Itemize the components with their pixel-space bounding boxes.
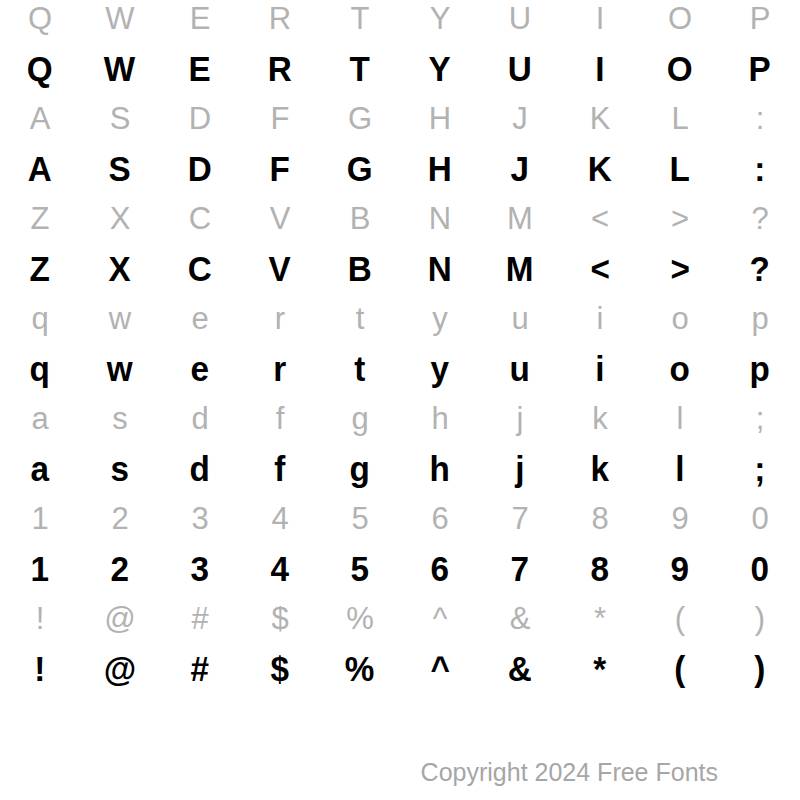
bold-glyph: *	[594, 651, 607, 686]
glyph-cell-r5c7: M	[480, 193, 560, 243]
glyph-cell-r10c6: h	[400, 443, 480, 493]
gray-glyph: s	[112, 403, 128, 434]
bold-glyph: w	[107, 351, 133, 386]
gray-glyph: 9	[671, 503, 688, 534]
gray-glyph: J	[512, 103, 528, 134]
glyph-cell-r2c2: W	[80, 43, 160, 93]
glyph-cell-r13c10: )	[720, 593, 800, 643]
glyph-cell-r6c10: ?	[720, 243, 800, 293]
bold-glyph: U	[508, 51, 532, 86]
glyph-cell-r1c9: O	[640, 0, 720, 43]
glyph-cell-r4c8: K	[560, 143, 640, 193]
bold-glyph: 8	[591, 551, 609, 586]
gray-glyph: ;	[756, 403, 765, 434]
glyph-cell-r9c9: l	[640, 393, 720, 443]
bold-glyph: 9	[671, 551, 689, 586]
bold-glyph: k	[591, 451, 609, 486]
copyright-text: Copyright 2024 Free Fonts	[421, 758, 718, 787]
gray-glyph: g	[351, 403, 368, 434]
bold-glyph: D	[188, 151, 212, 186]
gray-glyph: k	[592, 403, 608, 434]
glyph-cell-r12c1: 1	[0, 543, 80, 593]
glyph-cell-r14c3: #	[160, 643, 240, 693]
bold-glyph: G	[347, 151, 373, 186]
gray-glyph: #	[191, 603, 208, 634]
bold-glyph: O	[667, 51, 693, 86]
gray-glyph: E	[190, 3, 211, 34]
bold-glyph: Z	[30, 251, 50, 286]
bold-glyph: &	[508, 651, 532, 686]
gray-glyph: M	[507, 203, 533, 234]
bold-glyph: N	[428, 251, 452, 286]
glyph-cell-r12c5: 5	[320, 543, 400, 593]
glyph-cell-r7c8: i	[560, 293, 640, 343]
bold-glyph: i	[595, 351, 604, 386]
glyph-cell-r9c3: d	[160, 393, 240, 443]
glyph-cell-r10c3: d	[160, 443, 240, 493]
glyph-cell-r8c1: q	[0, 343, 80, 393]
glyph-cell-r2c3: E	[160, 43, 240, 93]
glyph-cell-r7c6: y	[400, 293, 480, 343]
bold-glyph: 6	[431, 551, 449, 586]
bold-glyph: 4	[271, 551, 289, 586]
bold-glyph: H	[428, 151, 452, 186]
glyph-cell-r2c10: P	[720, 43, 800, 93]
gray-glyph: B	[350, 203, 371, 234]
glyph-cell-r13c1: !	[0, 593, 80, 643]
bold-glyph: L	[670, 151, 690, 186]
glyph-cell-r8c9: o	[640, 343, 720, 393]
bold-glyph: s	[111, 451, 129, 486]
bold-glyph: W	[104, 51, 135, 86]
glyph-cell-r8c6: y	[400, 343, 480, 393]
bold-glyph: E	[189, 51, 211, 86]
glyph-cell-r11c5: 5	[320, 493, 400, 543]
glyph-cell-r6c7: M	[480, 243, 560, 293]
glyph-cell-r7c4: r	[240, 293, 320, 343]
glyph-cell-r7c1: q	[0, 293, 80, 343]
bold-glyph: )	[754, 651, 765, 686]
glyph-cell-r6c5: B	[320, 243, 400, 293]
glyph-cell-r5c8: <	[560, 193, 640, 243]
glyph-cell-r3c10: :	[720, 93, 800, 143]
glyph-cell-r2c9: O	[640, 43, 720, 93]
gray-glyph: 4	[271, 503, 288, 534]
glyph-cell-r5c9: >	[640, 193, 720, 243]
gray-glyph: u	[511, 303, 528, 334]
glyph-cell-r3c3: D	[160, 93, 240, 143]
bold-glyph: A	[28, 151, 52, 186]
glyph-cell-r14c8: *	[560, 643, 640, 693]
glyph-cell-r10c2: s	[80, 443, 160, 493]
gray-glyph: Z	[31, 203, 50, 234]
gray-glyph: d	[191, 403, 208, 434]
gray-glyph: V	[270, 203, 291, 234]
bold-glyph: <	[590, 251, 609, 286]
gray-glyph: G	[348, 103, 372, 134]
glyph-cell-r14c10: )	[720, 643, 800, 693]
bold-glyph: @	[104, 651, 136, 686]
gray-glyph: &	[510, 603, 531, 634]
glyph-cell-r9c10: ;	[720, 393, 800, 443]
glyph-cell-r8c3: e	[160, 343, 240, 393]
gray-glyph: o	[671, 303, 688, 334]
character-grid: QWERTYUIOPQWERTYUIOPASDFGHJKL:ASDFGHJKL:…	[0, 0, 800, 693]
glyph-cell-r10c4: f	[240, 443, 320, 493]
gray-glyph: @	[104, 603, 135, 634]
glyph-cell-r4c2: S	[80, 143, 160, 193]
bold-glyph: T	[350, 51, 370, 86]
gray-glyph: U	[509, 3, 531, 34]
bold-glyph: r	[274, 351, 287, 386]
glyph-cell-r1c5: T	[320, 0, 400, 43]
glyph-cell-r12c9: 9	[640, 543, 720, 593]
glyph-cell-r6c9: >	[640, 243, 720, 293]
bold-glyph: t	[354, 351, 365, 386]
glyph-cell-r13c9: (	[640, 593, 720, 643]
bold-glyph: I	[595, 51, 604, 86]
gray-glyph: Y	[430, 3, 451, 34]
glyph-cell-r11c8: 8	[560, 493, 640, 543]
bold-glyph: R	[268, 51, 292, 86]
glyph-cell-r2c8: I	[560, 43, 640, 93]
glyph-cell-r6c2: X	[80, 243, 160, 293]
gray-glyph: 1	[31, 503, 48, 534]
gray-glyph: D	[189, 103, 211, 134]
glyph-cell-r13c2: @	[80, 593, 160, 643]
glyph-cell-r8c2: w	[80, 343, 160, 393]
glyph-cell-r14c4: $	[240, 643, 320, 693]
gray-glyph: S	[110, 103, 131, 134]
gray-glyph: C	[189, 203, 211, 234]
gray-glyph: r	[275, 303, 285, 334]
glyph-cell-r4c5: G	[320, 143, 400, 193]
gray-glyph: t	[356, 303, 365, 334]
bold-glyph: X	[109, 251, 131, 286]
glyph-cell-r10c1: a	[0, 443, 80, 493]
glyph-cell-r6c1: Z	[0, 243, 80, 293]
gray-glyph: P	[750, 3, 771, 34]
glyph-cell-r9c2: s	[80, 393, 160, 443]
bold-glyph: d	[190, 451, 210, 486]
bold-glyph: M	[506, 251, 534, 286]
bold-glyph: 3	[191, 551, 209, 586]
gray-glyph: X	[110, 203, 131, 234]
glyph-cell-r9c8: k	[560, 393, 640, 443]
gray-glyph: 5	[351, 503, 368, 534]
glyph-cell-r8c10: p	[720, 343, 800, 393]
glyph-cell-r2c6: Y	[400, 43, 480, 93]
glyph-cell-r10c10: ;	[720, 443, 800, 493]
glyph-cell-r7c5: t	[320, 293, 400, 343]
bold-glyph: p	[750, 351, 770, 386]
glyph-cell-r8c8: i	[560, 343, 640, 393]
glyph-cell-r4c6: H	[400, 143, 480, 193]
glyph-cell-r3c9: L	[640, 93, 720, 143]
gray-glyph: ?	[751, 203, 768, 234]
gray-glyph: Q	[28, 3, 52, 34]
glyph-cell-r13c5: %	[320, 593, 400, 643]
glyph-cell-r12c8: 8	[560, 543, 640, 593]
bold-glyph: J	[511, 151, 529, 186]
gray-glyph: 3	[191, 503, 208, 534]
bold-glyph: 7	[511, 551, 529, 586]
gray-glyph: H	[429, 103, 451, 134]
gray-glyph: I	[596, 3, 605, 34]
glyph-cell-r9c5: g	[320, 393, 400, 443]
bold-glyph: o	[670, 351, 690, 386]
font-preview-canvas: QWERTYUIOPQWERTYUIOPASDFGHJKL:ASDFGHJKL:…	[0, 0, 800, 800]
glyph-cell-r4c9: L	[640, 143, 720, 193]
glyph-cell-r12c7: 7	[480, 543, 560, 593]
glyph-cell-r8c5: t	[320, 343, 400, 393]
glyph-cell-r14c1: !	[0, 643, 80, 693]
bold-glyph: y	[431, 351, 449, 386]
gray-glyph: h	[431, 403, 448, 434]
glyph-cell-r4c4: F	[240, 143, 320, 193]
bold-glyph: #	[191, 651, 209, 686]
glyph-cell-r10c9: l	[640, 443, 720, 493]
bold-glyph: 0	[751, 551, 769, 586]
glyph-cell-r6c8: <	[560, 243, 640, 293]
gray-glyph: 0	[751, 503, 768, 534]
glyph-cell-r2c4: R	[240, 43, 320, 93]
gray-glyph: q	[31, 303, 48, 334]
gray-glyph: R	[269, 3, 291, 34]
bold-glyph: 1	[31, 551, 49, 586]
gray-glyph: T	[351, 3, 370, 34]
gray-glyph: w	[109, 303, 131, 334]
glyph-cell-r12c3: 3	[160, 543, 240, 593]
glyph-cell-r1c8: I	[560, 0, 640, 43]
glyph-cell-r13c4: $	[240, 593, 320, 643]
glyph-cell-r6c6: N	[400, 243, 480, 293]
glyph-cell-r10c5: g	[320, 443, 400, 493]
glyph-cell-r7c3: e	[160, 293, 240, 343]
glyph-cell-r1c2: W	[80, 0, 160, 43]
bold-glyph: a	[31, 451, 49, 486]
bold-glyph: u	[510, 351, 530, 386]
glyph-cell-r12c4: 4	[240, 543, 320, 593]
glyph-cell-r1c7: U	[480, 0, 560, 43]
bold-glyph: ^	[430, 651, 449, 686]
glyph-cell-r6c4: V	[240, 243, 320, 293]
glyph-cell-r6c3: C	[160, 243, 240, 293]
glyph-cell-r11c6: 6	[400, 493, 480, 543]
bold-glyph: V	[269, 251, 291, 286]
glyph-cell-r1c3: E	[160, 0, 240, 43]
gray-glyph: e	[191, 303, 208, 334]
glyph-cell-r4c1: A	[0, 143, 80, 193]
glyph-cell-r10c8: k	[560, 443, 640, 493]
glyph-cell-r5c3: C	[160, 193, 240, 243]
glyph-cell-r14c9: (	[640, 643, 720, 693]
glyph-cell-r4c10: :	[720, 143, 800, 193]
gray-glyph: >	[671, 203, 689, 234]
bold-glyph: $	[271, 651, 289, 686]
glyph-cell-r11c7: 7	[480, 493, 560, 543]
glyph-cell-r11c9: 9	[640, 493, 720, 543]
gray-glyph: p	[751, 303, 768, 334]
glyph-cell-r7c9: o	[640, 293, 720, 343]
glyph-cell-r2c5: T	[320, 43, 400, 93]
glyph-cell-r3c8: K	[560, 93, 640, 143]
bold-glyph: e	[191, 351, 209, 386]
gray-glyph: 2	[111, 503, 128, 534]
bold-glyph: K	[588, 151, 612, 186]
glyph-cell-r7c2: w	[80, 293, 160, 343]
gray-glyph: y	[432, 303, 448, 334]
glyph-cell-r4c3: D	[160, 143, 240, 193]
glyph-cell-r13c3: #	[160, 593, 240, 643]
glyph-cell-r1c6: Y	[400, 0, 480, 43]
glyph-cell-r5c10: ?	[720, 193, 800, 243]
bold-glyph: ?	[750, 251, 770, 286]
glyph-cell-r3c1: A	[0, 93, 80, 143]
bold-glyph: F	[270, 151, 290, 186]
bold-glyph: f	[274, 451, 285, 486]
glyph-cell-r13c7: &	[480, 593, 560, 643]
gray-glyph: W	[105, 3, 134, 34]
glyph-cell-r13c8: *	[560, 593, 640, 643]
bold-glyph: Q	[27, 51, 53, 86]
glyph-cell-r7c7: u	[480, 293, 560, 343]
glyph-cell-r11c10: 0	[720, 493, 800, 543]
glyph-cell-r9c6: h	[400, 393, 480, 443]
gray-glyph: *	[594, 603, 606, 634]
bold-glyph: 5	[351, 551, 369, 586]
bold-glyph: (	[674, 651, 685, 686]
gray-glyph: $	[271, 603, 288, 634]
glyph-cell-r5c2: X	[80, 193, 160, 243]
glyph-cell-r11c3: 3	[160, 493, 240, 543]
bold-glyph: 2	[111, 551, 129, 586]
glyph-cell-r4c7: J	[480, 143, 560, 193]
glyph-cell-r5c1: Z	[0, 193, 80, 243]
glyph-cell-r1c10: P	[720, 0, 800, 43]
gray-glyph: %	[346, 603, 374, 634]
glyph-cell-r2c1: Q	[0, 43, 80, 93]
glyph-cell-r12c2: 2	[80, 543, 160, 593]
bold-glyph: >	[670, 251, 689, 286]
bold-glyph: !	[34, 651, 45, 686]
glyph-cell-r12c6: 6	[400, 543, 480, 593]
glyph-cell-r3c6: H	[400, 93, 480, 143]
bold-glyph: h	[430, 451, 450, 486]
glyph-cell-r9c1: a	[0, 393, 80, 443]
glyph-cell-r8c4: r	[240, 343, 320, 393]
gray-glyph: a	[31, 403, 48, 434]
gray-glyph: j	[517, 403, 524, 434]
glyph-cell-r14c6: ^	[400, 643, 480, 693]
gray-glyph: l	[677, 403, 684, 434]
glyph-cell-r9c7: j	[480, 393, 560, 443]
glyph-cell-r9c4: f	[240, 393, 320, 443]
gray-glyph: (	[675, 603, 685, 634]
glyph-cell-r12c10: 0	[720, 543, 800, 593]
glyph-cell-r11c1: 1	[0, 493, 80, 543]
gray-glyph: )	[755, 603, 765, 634]
glyph-cell-r5c5: B	[320, 193, 400, 243]
glyph-cell-r3c7: J	[480, 93, 560, 143]
glyph-cell-r3c2: S	[80, 93, 160, 143]
bold-glyph: S	[109, 151, 131, 186]
glyph-cell-r2c7: U	[480, 43, 560, 93]
glyph-cell-r5c4: V	[240, 193, 320, 243]
glyph-cell-r3c4: F	[240, 93, 320, 143]
gray-glyph: 6	[431, 503, 448, 534]
bold-glyph: Y	[429, 51, 451, 86]
bold-glyph: %	[345, 651, 375, 686]
gray-glyph: 8	[591, 503, 608, 534]
glyph-cell-r3c5: G	[320, 93, 400, 143]
glyph-cell-r14c7: &	[480, 643, 560, 693]
gray-glyph: f	[276, 403, 285, 434]
bold-glyph: :	[754, 151, 765, 186]
gray-glyph: K	[590, 103, 611, 134]
bold-glyph: l	[675, 451, 684, 486]
glyph-cell-r13c6: ^	[400, 593, 480, 643]
gray-glyph: L	[671, 103, 688, 134]
gray-glyph: i	[597, 303, 604, 334]
glyph-cell-r11c2: 2	[80, 493, 160, 543]
gray-glyph: O	[668, 3, 692, 34]
gray-glyph: :	[756, 103, 765, 134]
bold-glyph: q	[30, 351, 50, 386]
glyph-cell-r7c10: p	[720, 293, 800, 343]
gray-glyph: <	[591, 203, 609, 234]
gray-glyph: F	[271, 103, 290, 134]
glyph-cell-r1c4: R	[240, 0, 320, 43]
bold-glyph: ;	[754, 451, 765, 486]
glyph-cell-r11c4: 4	[240, 493, 320, 543]
bold-glyph: g	[350, 451, 370, 486]
gray-glyph: N	[429, 203, 451, 234]
bold-glyph: B	[348, 251, 372, 286]
glyph-cell-r8c7: u	[480, 343, 560, 393]
gray-glyph: ^	[433, 603, 448, 634]
glyph-cell-r5c6: N	[400, 193, 480, 243]
glyph-cell-r14c2: @	[80, 643, 160, 693]
glyph-cell-r10c7: j	[480, 443, 560, 493]
bold-glyph: C	[188, 251, 212, 286]
bold-glyph: j	[515, 451, 524, 486]
gray-glyph: !	[36, 603, 45, 634]
gray-glyph: 7	[511, 503, 528, 534]
bold-glyph: P	[749, 51, 771, 86]
gray-glyph: A	[30, 103, 51, 134]
glyph-cell-r14c5: %	[320, 643, 400, 693]
glyph-cell-r1c1: Q	[0, 0, 80, 43]
